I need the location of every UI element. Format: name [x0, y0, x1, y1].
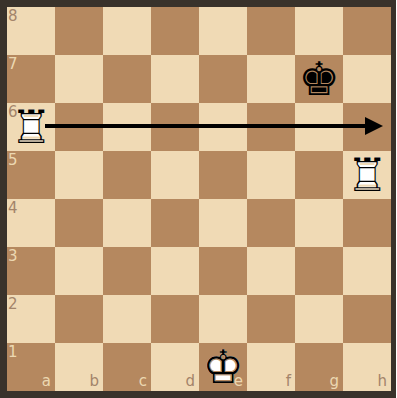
square-f8[interactable] — [247, 7, 295, 55]
square-g8[interactable] — [295, 7, 343, 55]
black-king-glyph: ♚ — [295, 55, 343, 103]
square-a4[interactable]: 4 — [7, 199, 55, 247]
square-c7[interactable] — [103, 55, 151, 103]
square-h5[interactable]: ♜♖ — [343, 151, 391, 199]
white-rook-outline-glyph: ♖ — [7, 103, 55, 151]
square-b4[interactable] — [55, 199, 103, 247]
piece-black-king-g7[interactable]: ♚ — [295, 55, 343, 103]
rank-label-4: 4 — [8, 201, 18, 216]
square-a3[interactable]: 3 — [7, 247, 55, 295]
square-e6[interactable] — [199, 103, 247, 151]
chessboard-frame: 87♚6♜♖5♜♖4321abcde♚♔fgh — [0, 0, 396, 398]
square-f2[interactable] — [247, 295, 295, 343]
square-a6[interactable]: 6♜♖ — [7, 103, 55, 151]
square-c4[interactable] — [103, 199, 151, 247]
square-h7[interactable] — [343, 55, 391, 103]
square-a2[interactable]: 2 — [7, 295, 55, 343]
piece-white-king-e1[interactable]: ♚♔ — [199, 343, 247, 391]
square-b3[interactable] — [55, 247, 103, 295]
file-label-g: g — [329, 374, 339, 389]
square-g7[interactable]: ♚ — [295, 55, 343, 103]
square-f3[interactable] — [247, 247, 295, 295]
square-h3[interactable] — [343, 247, 391, 295]
square-c5[interactable] — [103, 151, 151, 199]
square-e7[interactable] — [199, 55, 247, 103]
square-b7[interactable] — [55, 55, 103, 103]
square-g5[interactable] — [295, 151, 343, 199]
piece-white-rook-a6[interactable]: ♜♖ — [7, 103, 55, 151]
square-c8[interactable] — [103, 7, 151, 55]
square-g1[interactable]: g — [295, 343, 343, 391]
piece-white-rook-h5[interactable]: ♜♖ — [343, 151, 391, 199]
square-d6[interactable] — [151, 103, 199, 151]
square-d4[interactable] — [151, 199, 199, 247]
square-c2[interactable] — [103, 295, 151, 343]
square-f1[interactable]: f — [247, 343, 295, 391]
square-e8[interactable] — [199, 7, 247, 55]
square-e2[interactable] — [199, 295, 247, 343]
square-h8[interactable] — [343, 7, 391, 55]
square-d1[interactable]: d — [151, 343, 199, 391]
square-g3[interactable] — [295, 247, 343, 295]
square-c1[interactable]: c — [103, 343, 151, 391]
square-d2[interactable] — [151, 295, 199, 343]
file-label-d: d — [185, 374, 195, 389]
square-f7[interactable] — [247, 55, 295, 103]
square-c6[interactable] — [103, 103, 151, 151]
file-label-h: h — [377, 374, 387, 389]
square-d5[interactable] — [151, 151, 199, 199]
square-b6[interactable] — [55, 103, 103, 151]
square-h2[interactable] — [343, 295, 391, 343]
rank-label-1: 1 — [8, 345, 18, 360]
square-e3[interactable] — [199, 247, 247, 295]
rank-label-5: 5 — [8, 153, 18, 168]
square-a8[interactable]: 8 — [7, 7, 55, 55]
square-a1[interactable]: 1a — [7, 343, 55, 391]
square-b2[interactable] — [55, 295, 103, 343]
rank-label-8: 8 — [8, 9, 18, 24]
square-g2[interactable] — [295, 295, 343, 343]
square-b5[interactable] — [55, 151, 103, 199]
square-g4[interactable] — [295, 199, 343, 247]
rank-label-2: 2 — [8, 297, 18, 312]
white-rook-outline-glyph: ♖ — [343, 151, 391, 199]
chessboard: 87♚6♜♖5♜♖4321abcde♚♔fgh — [7, 7, 391, 391]
square-a5[interactable]: 5 — [7, 151, 55, 199]
square-c3[interactable] — [103, 247, 151, 295]
square-d3[interactable] — [151, 247, 199, 295]
square-b1[interactable]: b — [55, 343, 103, 391]
square-f6[interactable] — [247, 103, 295, 151]
square-g6[interactable] — [295, 103, 343, 151]
square-e4[interactable] — [199, 199, 247, 247]
square-h4[interactable] — [343, 199, 391, 247]
file-label-a: a — [42, 374, 51, 389]
rank-label-3: 3 — [8, 249, 18, 264]
square-d8[interactable] — [151, 7, 199, 55]
square-f4[interactable] — [247, 199, 295, 247]
square-e1[interactable]: e♚♔ — [199, 343, 247, 391]
rank-label-7: 7 — [8, 57, 18, 72]
file-label-f: f — [286, 374, 291, 389]
square-h6[interactable] — [343, 103, 391, 151]
square-b8[interactable] — [55, 7, 103, 55]
square-d7[interactable] — [151, 55, 199, 103]
square-a7[interactable]: 7 — [7, 55, 55, 103]
square-e5[interactable] — [199, 151, 247, 199]
file-label-b: b — [89, 374, 99, 389]
square-f5[interactable] — [247, 151, 295, 199]
square-h1[interactable]: h — [343, 343, 391, 391]
file-label-c: c — [139, 374, 147, 389]
white-king-outline-glyph: ♔ — [199, 343, 247, 391]
